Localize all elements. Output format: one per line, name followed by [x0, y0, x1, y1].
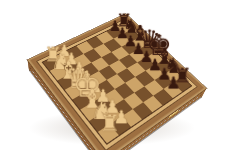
piece-white-pawn-e2: ♟ — [84, 78, 105, 95]
piece-white-pawn-g2: ♟ — [101, 98, 123, 116]
piece-white-knight-g1: ♞ — [89, 100, 112, 124]
chess-set-photo: ♜♞♟♝♟♛♟♚♟♝♟♞♟♟♜♟♟♜♟♟♞♟♝♟♛♟♚♟♝♟♞♜ — [0, 0, 225, 150]
piece-white-pawn-h2: ♟ — [110, 109, 133, 127]
